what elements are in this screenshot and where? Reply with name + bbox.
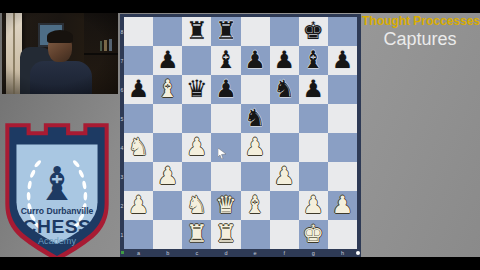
- square-e1[interactable]: [241, 220, 270, 249]
- white-king-piece[interactable]: ♚: [303, 222, 325, 246]
- square-h1[interactable]: [328, 220, 357, 249]
- square-g4[interactable]: [299, 133, 328, 162]
- square-e5[interactable]: ♞: [241, 104, 270, 133]
- black-bishop-piece[interactable]: ♝: [303, 48, 325, 72]
- black-queen-piece[interactable]: ♛: [186, 77, 208, 101]
- square-e6[interactable]: [241, 75, 270, 104]
- academy-logo: ♝ Curro Durbanville CHESS Academy: [1, 111, 113, 261]
- white-to-move-indicator: [356, 251, 360, 255]
- black-pawn-piece[interactable]: ♟: [332, 48, 354, 72]
- letterbox-bottom: [0, 257, 480, 270]
- file-coordinates: abcdefgh: [124, 249, 357, 257]
- rank-coordinates: 87654321: [120, 17, 124, 249]
- square-f4[interactable]: [270, 133, 299, 162]
- square-c2[interactable]: ♞: [182, 191, 211, 220]
- black-pawn-piece[interactable]: ♟: [157, 48, 179, 72]
- square-a6[interactable]: ♟: [124, 75, 153, 104]
- square-h5[interactable]: [328, 104, 357, 133]
- square-h4[interactable]: [328, 133, 357, 162]
- square-d1[interactable]: ♜: [211, 220, 240, 249]
- black-king-piece[interactable]: ♚: [303, 19, 325, 43]
- square-d8[interactable]: ♜: [211, 17, 240, 46]
- square-c6[interactable]: ♛: [182, 75, 211, 104]
- white-pawn-piece[interactable]: ♟: [244, 135, 266, 159]
- square-d7[interactable]: ♝: [211, 46, 240, 75]
- white-pawn-piece[interactable]: ♟: [186, 135, 208, 159]
- square-g7[interactable]: ♝: [299, 46, 328, 75]
- square-b5[interactable]: [153, 104, 182, 133]
- square-b1[interactable]: [153, 220, 182, 249]
- square-e4[interactable]: ♟: [241, 133, 270, 162]
- square-g2[interactable]: ♟: [299, 191, 328, 220]
- lesson-subtitle: Captures: [360, 29, 480, 50]
- white-rook-piece[interactable]: ♜: [186, 222, 208, 246]
- square-f7[interactable]: ♟: [270, 46, 299, 75]
- square-b4[interactable]: [153, 133, 182, 162]
- white-pawn-piece[interactable]: ♟: [303, 193, 325, 217]
- square-f8[interactable]: [270, 17, 299, 46]
- square-a3[interactable]: [124, 162, 153, 191]
- connection-dot: [121, 251, 124, 254]
- white-bishop-piece[interactable]: ♝: [244, 193, 266, 217]
- white-queen-piece[interactable]: ♛: [215, 193, 237, 217]
- black-rook-piece[interactable]: ♜: [215, 19, 237, 43]
- board-grid: ♜♜♚♟♝♟♟♝♟♟♝♛♟♞♟♞♞♟♟♟♟♟♞♛♝♟♟♜♜♚: [124, 17, 357, 249]
- square-f3[interactable]: ♟: [270, 162, 299, 191]
- square-f2[interactable]: [270, 191, 299, 220]
- square-b8[interactable]: [153, 17, 182, 46]
- black-bishop-piece[interactable]: ♝: [215, 48, 237, 72]
- square-a2[interactable]: ♟: [124, 191, 153, 220]
- square-c5[interactable]: [182, 104, 211, 133]
- square-e3[interactable]: [241, 162, 270, 191]
- black-knight-piece[interactable]: ♞: [244, 106, 266, 130]
- square-a7[interactable]: [124, 46, 153, 75]
- square-f5[interactable]: [270, 104, 299, 133]
- square-g3[interactable]: [299, 162, 328, 191]
- black-pawn-piece[interactable]: ♟: [128, 77, 150, 101]
- square-f6[interactable]: ♞: [270, 75, 299, 104]
- black-pawn-piece[interactable]: ♟: [303, 77, 325, 101]
- square-g6[interactable]: ♟: [299, 75, 328, 104]
- square-a4[interactable]: ♞: [124, 133, 153, 162]
- square-g8[interactable]: ♚: [299, 17, 328, 46]
- black-pawn-piece[interactable]: ♟: [244, 48, 266, 72]
- white-pawn-piece[interactable]: ♟: [332, 193, 354, 217]
- square-h3[interactable]: [328, 162, 357, 191]
- square-a5[interactable]: [124, 104, 153, 133]
- square-d2[interactable]: ♛: [211, 191, 240, 220]
- square-f1[interactable]: [270, 220, 299, 249]
- white-knight-piece[interactable]: ♞: [128, 135, 150, 159]
- square-c3[interactable]: [182, 162, 211, 191]
- square-e8[interactable]: [241, 17, 270, 46]
- black-pawn-piece[interactable]: ♟: [273, 48, 295, 72]
- webcam-video: [2, 13, 118, 94]
- square-b3[interactable]: ♟: [153, 162, 182, 191]
- black-knight-piece[interactable]: ♞: [273, 77, 295, 101]
- letterbox-top: [0, 0, 480, 13]
- lesson-title: Thought Proccesses: [362, 14, 480, 28]
- logo-line2: CHESS: [23, 216, 92, 237]
- white-pawn-piece[interactable]: ♟: [157, 164, 179, 188]
- white-knight-piece[interactable]: ♞: [186, 193, 208, 217]
- black-rook-piece[interactable]: ♜: [186, 19, 208, 43]
- square-d3[interactable]: [211, 162, 240, 191]
- square-b7[interactable]: ♟: [153, 46, 182, 75]
- square-c7[interactable]: [182, 46, 211, 75]
- white-bishop-piece[interactable]: ♝: [157, 77, 179, 101]
- square-b6[interactable]: ♝: [153, 75, 182, 104]
- bishop-emblem-icon: ♝: [36, 157, 78, 211]
- square-h8[interactable]: [328, 17, 357, 46]
- square-g5[interactable]: [299, 104, 328, 133]
- square-d6[interactable]: ♟: [211, 75, 240, 104]
- white-pawn-piece[interactable]: ♟: [273, 164, 295, 188]
- square-c8[interactable]: ♜: [182, 17, 211, 46]
- stream-frame: ♝ Curro Durbanville CHESS Academy ♜♜♚♟♝♟…: [0, 0, 480, 270]
- black-pawn-piece[interactable]: ♟: [215, 77, 237, 101]
- mouse-cursor-icon: [218, 148, 227, 159]
- square-a8[interactable]: [124, 17, 153, 46]
- square-g1[interactable]: ♚: [299, 220, 328, 249]
- square-h2[interactable]: ♟: [328, 191, 357, 220]
- logo-line3: Academy: [38, 236, 76, 246]
- square-c1[interactable]: ♜: [182, 220, 211, 249]
- square-e7[interactable]: ♟: [241, 46, 270, 75]
- square-h7[interactable]: ♟: [328, 46, 357, 75]
- square-e2[interactable]: ♝: [241, 191, 270, 220]
- chess-board: ♜♜♚♟♝♟♟♝♟♟♝♛♟♞♟♞♞♟♟♟♟♟♞♛♝♟♟♜♜♚ 87654321 …: [120, 14, 361, 257]
- square-b2[interactable]: [153, 191, 182, 220]
- square-a1[interactable]: [124, 220, 153, 249]
- white-pawn-piece[interactable]: ♟: [128, 193, 150, 217]
- square-h6[interactable]: [328, 75, 357, 104]
- square-c4[interactable]: ♟: [182, 133, 211, 162]
- square-d5[interactable]: [211, 104, 240, 133]
- white-rook-piece[interactable]: ♜: [215, 222, 237, 246]
